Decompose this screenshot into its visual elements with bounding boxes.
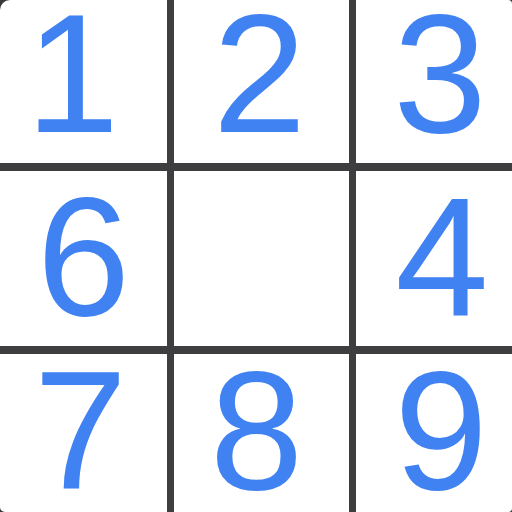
cell-r3c1[interactable]: 7 <box>0 354 167 512</box>
cell-r1c2[interactable]: 2 <box>174 0 349 163</box>
cell-r2c1[interactable]: 6 <box>0 171 167 346</box>
digit-r3c3: 9 <box>394 347 487 512</box>
digit-r2c1: 6 <box>37 173 130 341</box>
cell-r2c2-empty[interactable] <box>174 171 349 346</box>
digit-r1c3: 3 <box>393 0 486 158</box>
digit-r1c1: 1 <box>26 0 119 158</box>
cell-r2c3[interactable]: 4 <box>356 171 512 346</box>
cell-r1c1[interactable]: 1 <box>0 0 167 163</box>
digit-r3c2: 8 <box>210 347 303 512</box>
cell-r1c3[interactable]: 3 <box>356 0 512 163</box>
digit-r2c3: 4 <box>395 173 488 341</box>
sudoku-board: 1 2 3 6 4 7 8 9 <box>0 0 512 512</box>
digit-r3c1: 7 <box>34 347 127 512</box>
cell-r3c2[interactable]: 8 <box>174 354 349 512</box>
page: { "game": "sudoku", "description": "Sing… <box>0 0 512 512</box>
digit-r1c2: 2 <box>213 0 306 158</box>
cell-r3c3[interactable]: 9 <box>356 354 512 512</box>
